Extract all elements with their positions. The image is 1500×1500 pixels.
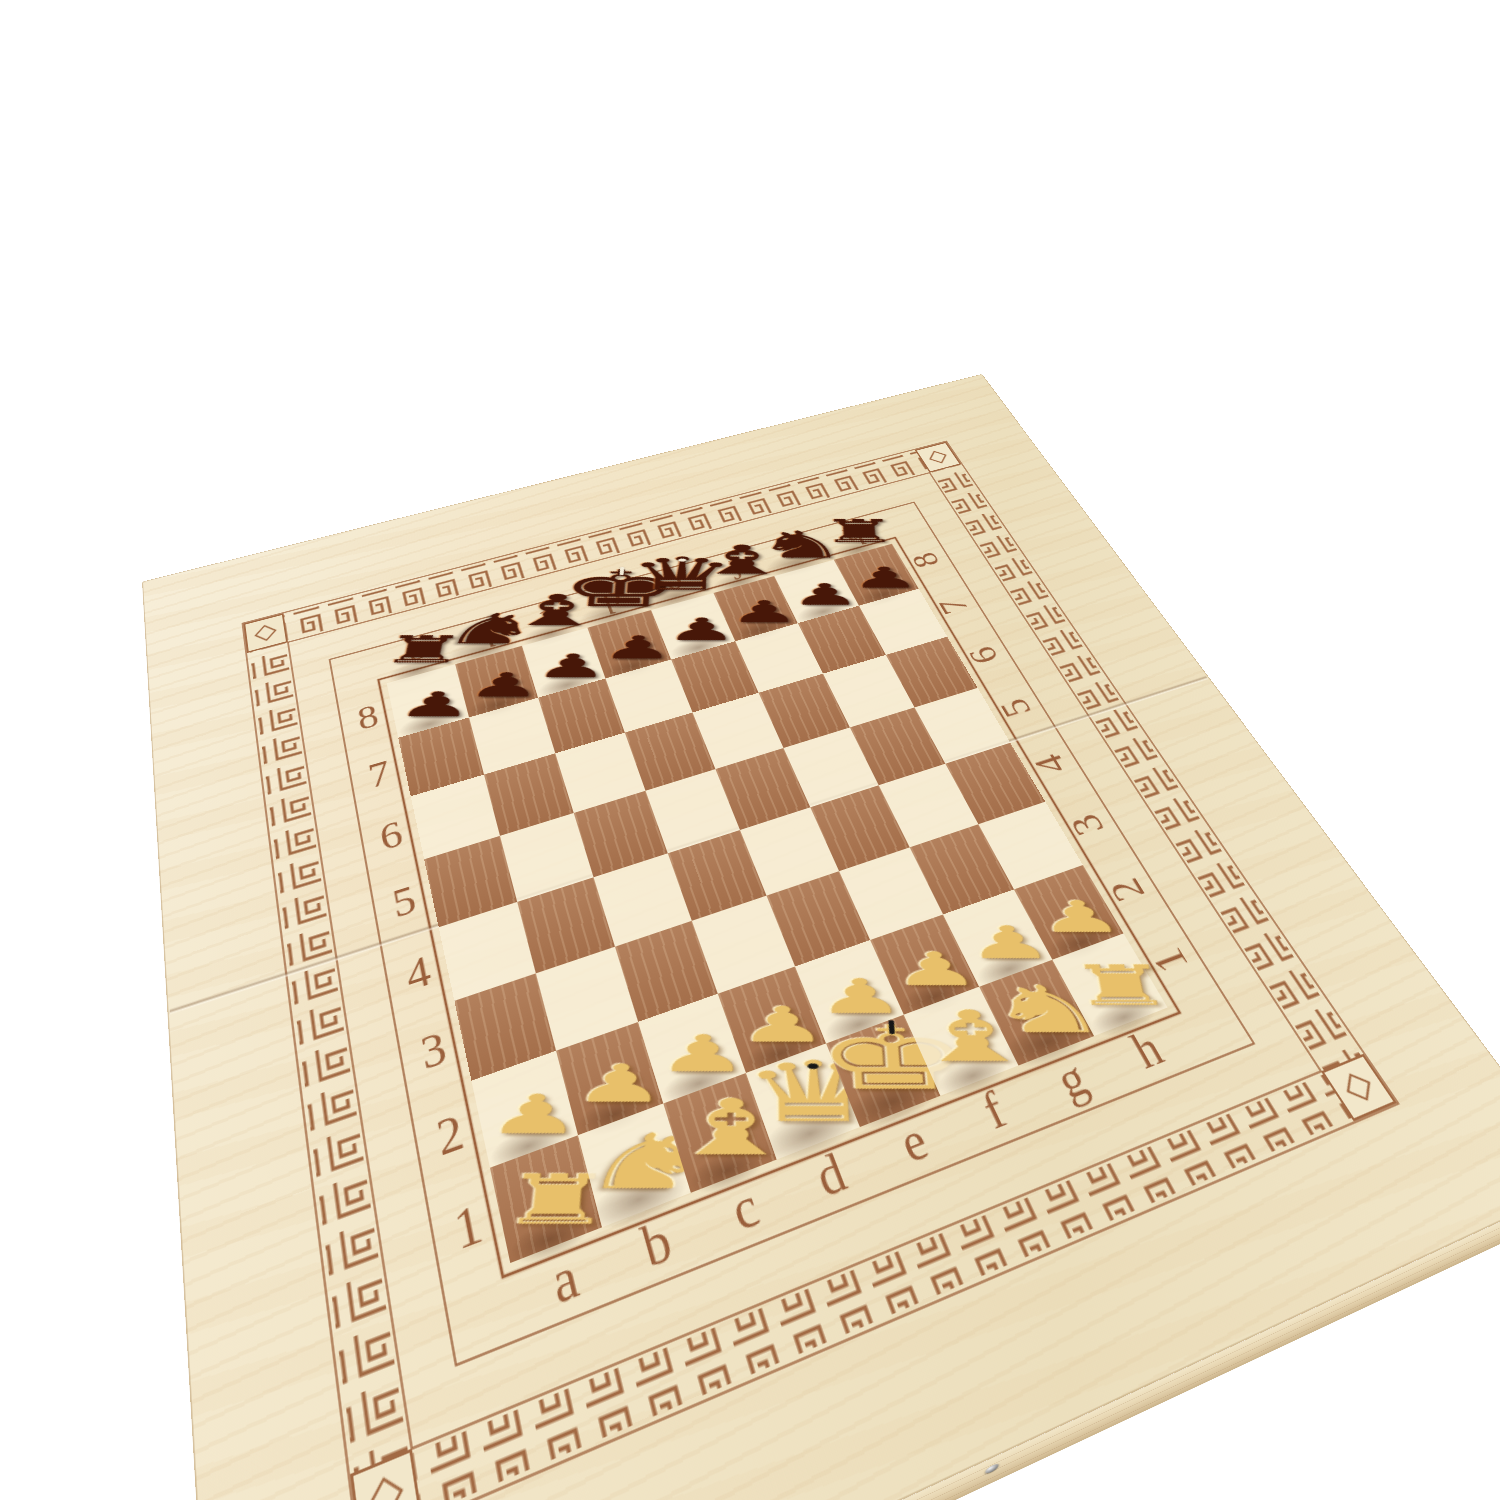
- white-queen-finial: [807, 1063, 818, 1069]
- piece-black-rook-margin-a: ♜: [375, 609, 441, 627]
- pawn-glyph: ♟: [656, 1029, 748, 1080]
- white-king-finial: [888, 1020, 894, 1034]
- pawn-glyph: ♟: [572, 1058, 668, 1110]
- corner-ornament: [916, 442, 961, 472]
- square-b5: [500, 813, 594, 902]
- piece-black-rook-margin-h: ♜: [808, 497, 864, 512]
- product-photo-scene: 87654321 87654321 abcdefgh abcdefgh ♜♞♝♚…: [0, 0, 1500, 1500]
- corner-ornament: [352, 1451, 421, 1500]
- board-edge-front: [215, 1182, 1500, 1500]
- board-edge-left: [142, 582, 226, 1500]
- square-c3: [615, 921, 718, 1022]
- pawn-glyph: ♟: [964, 921, 1056, 966]
- pawn-glyph: ♟: [1034, 895, 1126, 939]
- black-king-finial: [619, 567, 624, 575]
- pawn-glyph: ♟: [729, 597, 799, 627]
- square-g4: [879, 764, 979, 848]
- pawn-glyph: ♟: [850, 564, 921, 593]
- pawn-glyph: ♟: [600, 632, 674, 664]
- chess-board: 87654321 87654321 abcdefgh abcdefgh ♜♞♝♚…: [142, 374, 1500, 1500]
- rook-glyph: ♜: [377, 631, 469, 668]
- square-g3: [910, 824, 1014, 914]
- corner-ornament: [1323, 1055, 1395, 1120]
- pawn-glyph: ♟: [738, 1001, 828, 1050]
- piece-black-bishop-margin-c: ♝: [505, 575, 568, 592]
- piece-black-queen-margin-e: ♛: [630, 543, 690, 559]
- square-c4: [594, 853, 692, 946]
- piece-black-bishop-margin-f: ♝: [691, 527, 750, 543]
- meander-band-left: [250, 641, 409, 1477]
- pawn-glyph: ♟: [816, 973, 907, 1021]
- piece-black-king-margin-d: ♚: [569, 559, 631, 575]
- pawn-glyph: ♟: [790, 580, 860, 609]
- pawn-glyph: ♟: [465, 669, 543, 702]
- square-a5: [424, 836, 517, 927]
- hinge-screw: [985, 1462, 999, 1475]
- square-d4: [668, 830, 767, 921]
- corner-ornament: [244, 614, 287, 652]
- pawn-glyph: ♟: [666, 614, 738, 645]
- pawn-glyph: ♟: [395, 688, 476, 722]
- pawn-glyph: ♟: [534, 650, 610, 682]
- piece-black-knight-margin-b: ♞: [441, 592, 506, 609]
- pawn-glyph: ♟: [485, 1088, 584, 1142]
- piece-black-knight-margin-g: ♞: [750, 512, 808, 527]
